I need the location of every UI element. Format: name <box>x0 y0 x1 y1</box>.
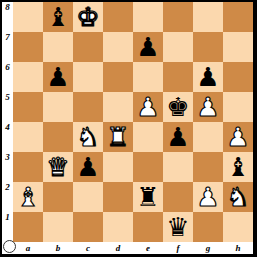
piece-black-king[interactable]: ♚ <box>163 92 193 122</box>
square-d3[interactable] <box>103 152 133 182</box>
square-g4[interactable] <box>193 122 223 152</box>
rank-labels-column: 87654321 <box>2 2 13 242</box>
square-f6[interactable] <box>163 62 193 92</box>
square-c2[interactable] <box>73 182 103 212</box>
piece-black-bishop[interactable]: ♝ <box>43 2 73 32</box>
piece-white-bishop[interactable]: ♝ <box>13 182 43 212</box>
square-c7[interactable] <box>73 32 103 62</box>
rank-label-4: 4 <box>2 122 13 152</box>
square-h8[interactable] <box>223 2 253 32</box>
square-b6[interactable]: ♟ <box>43 62 73 92</box>
file-label-g: g <box>193 242 223 254</box>
rank-label-8: 8 <box>2 2 13 32</box>
square-c3[interactable]: ♟ <box>73 152 103 182</box>
square-h6[interactable] <box>223 62 253 92</box>
square-a1[interactable] <box>13 212 43 242</box>
square-e4[interactable] <box>133 122 163 152</box>
square-h1[interactable] <box>223 212 253 242</box>
square-h2[interactable]: ♞ <box>223 182 253 212</box>
piece-white-rook[interactable]: ♜ <box>103 122 133 152</box>
square-d7[interactable] <box>103 32 133 62</box>
square-e1[interactable] <box>133 212 163 242</box>
piece-white-pawn[interactable]: ♟ <box>193 182 223 212</box>
square-e7[interactable]: ♟ <box>133 32 163 62</box>
square-e6[interactable] <box>133 62 163 92</box>
square-h4[interactable]: ♟ <box>223 122 253 152</box>
square-a8[interactable] <box>13 2 43 32</box>
square-h5[interactable] <box>223 92 253 122</box>
square-d4[interactable]: ♜ <box>103 122 133 152</box>
square-g2[interactable]: ♟ <box>193 182 223 212</box>
square-d8[interactable] <box>103 2 133 32</box>
piece-white-pawn[interactable]: ♟ <box>133 92 163 122</box>
rank-label-1: 1 <box>2 212 13 242</box>
square-f8[interactable] <box>163 2 193 32</box>
square-c5[interactable] <box>73 92 103 122</box>
square-d5[interactable] <box>103 92 133 122</box>
piece-black-pawn[interactable]: ♟ <box>43 62 73 92</box>
file-label-f: f <box>163 242 193 254</box>
square-b1[interactable] <box>43 212 73 242</box>
piece-black-bishop[interactable]: ♝ <box>223 152 253 182</box>
piece-black-pawn[interactable]: ♟ <box>133 32 163 62</box>
square-f4[interactable]: ♟ <box>163 122 193 152</box>
file-label-h: h <box>223 242 253 254</box>
chess-diagram: 87654321 ♝♚♟♟♟♟♚♟♞♜♟♟♛♟♝♝♜♟♞♛ abcdefgh <box>0 0 257 257</box>
square-f5[interactable]: ♚ <box>163 92 193 122</box>
rank-label-5: 5 <box>2 92 13 122</box>
rank-label-3: 3 <box>2 152 13 182</box>
side-to-move-indicator <box>3 240 16 253</box>
rank-label-6: 6 <box>2 62 13 92</box>
square-b8[interactable]: ♝ <box>43 2 73 32</box>
square-d1[interactable] <box>103 212 133 242</box>
square-e5[interactable]: ♟ <box>133 92 163 122</box>
piece-white-pawn[interactable]: ♟ <box>223 122 253 152</box>
square-g1[interactable] <box>193 212 223 242</box>
square-h7[interactable] <box>223 32 253 62</box>
square-b5[interactable] <box>43 92 73 122</box>
piece-white-king[interactable]: ♚ <box>73 2 103 32</box>
square-h3[interactable]: ♝ <box>223 152 253 182</box>
chess-board: ♝♚♟♟♟♟♚♟♞♜♟♟♛♟♝♝♜♟♞♛ <box>13 2 253 242</box>
file-labels-row: abcdefgh <box>2 242 253 254</box>
square-a6[interactable] <box>13 62 43 92</box>
square-g6[interactable]: ♟ <box>193 62 223 92</box>
rank-label-7: 7 <box>2 32 13 62</box>
square-e2[interactable]: ♜ <box>133 182 163 212</box>
file-label-e: e <box>133 242 163 254</box>
piece-white-knight[interactable]: ♞ <box>73 122 103 152</box>
square-f1[interactable]: ♛ <box>163 212 193 242</box>
square-c8[interactable]: ♚ <box>73 2 103 32</box>
piece-white-queen[interactable]: ♛ <box>43 152 73 182</box>
piece-white-pawn[interactable]: ♟ <box>193 92 223 122</box>
square-f3[interactable] <box>163 152 193 182</box>
rank-label-2: 2 <box>2 182 13 212</box>
piece-black-pawn[interactable]: ♟ <box>73 152 103 182</box>
square-b7[interactable] <box>43 32 73 62</box>
square-d2[interactable] <box>103 182 133 212</box>
piece-black-rook[interactable]: ♜ <box>133 182 163 212</box>
piece-white-knight[interactable]: ♞ <box>223 182 253 212</box>
square-a5[interactable] <box>13 92 43 122</box>
square-g3[interactable] <box>193 152 223 182</box>
square-a7[interactable] <box>13 32 43 62</box>
square-f7[interactable] <box>163 32 193 62</box>
square-d6[interactable] <box>103 62 133 92</box>
file-label-a: a <box>13 242 43 254</box>
square-a3[interactable] <box>13 152 43 182</box>
square-g5[interactable]: ♟ <box>193 92 223 122</box>
square-e3[interactable] <box>133 152 163 182</box>
square-a2[interactable]: ♝ <box>13 182 43 212</box>
square-b4[interactable] <box>43 122 73 152</box>
file-label-c: c <box>73 242 103 254</box>
square-b2[interactable] <box>43 182 73 212</box>
piece-black-queen[interactable]: ♛ <box>163 212 193 242</box>
square-a4[interactable] <box>13 122 43 152</box>
square-e8[interactable] <box>133 2 163 32</box>
file-label-d: d <box>103 242 133 254</box>
square-f2[interactable] <box>163 182 193 212</box>
piece-black-pawn[interactable]: ♟ <box>163 122 193 152</box>
square-b3[interactable]: ♛ <box>43 152 73 182</box>
file-label-b: b <box>43 242 73 254</box>
square-g8[interactable] <box>193 2 223 32</box>
square-c4[interactable]: ♞ <box>73 122 103 152</box>
square-c1[interactable] <box>73 212 103 242</box>
square-c6[interactable] <box>73 62 103 92</box>
piece-black-pawn[interactable]: ♟ <box>193 62 223 92</box>
square-g7[interactable] <box>193 32 223 62</box>
